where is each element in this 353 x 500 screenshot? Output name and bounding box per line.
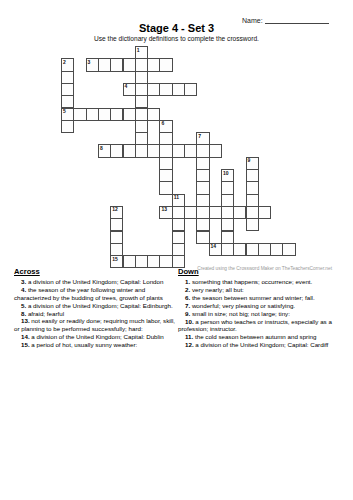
crossword-cell-r8c3[interactable]: 8: [98, 144, 111, 157]
crossword-cell-r13c8[interactable]: 13: [159, 206, 172, 219]
cell-number-10: 10: [223, 171, 229, 176]
crossword-cell-r5c4[interactable]: [110, 108, 123, 121]
clue-11: 11. the cold season between autumn and s…: [178, 333, 348, 340]
crossword-cell-r5c5[interactable]: [123, 108, 136, 121]
clue-14: 14. a division of the United Kingdom; Ca…: [14, 333, 176, 340]
crossword-cell-r16c17[interactable]: [270, 243, 283, 256]
clue-4: 4. the season of the year following wint…: [14, 286, 176, 301]
crossword-cell-r10c13[interactable]: 10: [221, 169, 234, 182]
clue-13: 13. not easily or readily done; requirin…: [14, 317, 176, 332]
crossword-cell-r13c10[interactable]: [184, 206, 197, 219]
crossword-cell-r16c15[interactable]: [246, 243, 259, 256]
page-title: Stage 4 - Set 3: [0, 22, 353, 34]
clue-8: 8. afraid; fearful: [14, 310, 176, 317]
crossword-cell-r15c4[interactable]: [110, 231, 123, 244]
crossword-cell-r3c0[interactable]: [61, 83, 74, 96]
crossword-cell-r11c11[interactable]: [196, 181, 209, 194]
clue-7: 7. wonderful; very pleasing or satisfyin…: [178, 302, 348, 309]
crossword-cell-r11c13[interactable]: [221, 181, 234, 194]
clue-number-label: 8.: [21, 310, 26, 317]
clue-9: 9. small in size; not big; not large; ti…: [178, 310, 348, 317]
cell-number-8: 8: [100, 146, 103, 151]
crossword-cell-r8c9[interactable]: [172, 144, 185, 157]
clue-12: 12. a division of the United Kingdom; Ca…: [178, 341, 348, 348]
crossword-cell-r16c4[interactable]: [110, 243, 123, 256]
page-subtitle: Use the dictionary definitions to comple…: [0, 35, 353, 42]
crossword-cell-r11c8[interactable]: [159, 181, 172, 194]
across-clues-section: Across 3. a division of the United Kingd…: [14, 268, 176, 349]
crossword-cell-r8c7[interactable]: [147, 144, 160, 157]
crossword-cell-r10c11[interactable]: [196, 169, 209, 182]
clue-number-label: 5.: [21, 302, 26, 309]
crossword-cell-r15c9[interactable]: [172, 231, 185, 244]
crossword-cell-r3c8[interactable]: [159, 83, 172, 96]
crossword-cell-r13c9[interactable]: [172, 206, 185, 219]
crossword-cell-r4c0[interactable]: [61, 95, 74, 108]
cell-number-5: 5: [63, 109, 66, 114]
crossword-cell-r8c8[interactable]: [159, 144, 172, 157]
crossword-cell-r2c0[interactable]: [61, 71, 74, 84]
crossword-cell-r11c15[interactable]: [246, 181, 259, 194]
crossword-cell-r1c2[interactable]: 3: [86, 58, 99, 71]
crossword-cell-r14c9[interactable]: [172, 218, 185, 231]
crossword-cell-r9c15[interactable]: 9: [246, 157, 259, 170]
clue-15: 15. a period of hot, usually sunny weath…: [14, 341, 176, 348]
crossword-cell-r10c8[interactable]: [159, 169, 172, 182]
crossword-cell-r13c16[interactable]: [258, 206, 271, 219]
crossword-cell-r13c15[interactable]: [246, 206, 259, 219]
cell-number-13: 13: [161, 207, 167, 212]
crossword-cell-r8c12[interactable]: [209, 144, 222, 157]
crossword-cell-r12c9[interactable]: 11: [172, 194, 185, 207]
crossword-cell-r8c11[interactable]: [196, 144, 209, 157]
crossword-cell-r12c15[interactable]: [246, 194, 259, 207]
clue-6: 6. the season between summer and winter;…: [178, 294, 348, 301]
crossword-cell-r1c4[interactable]: [110, 58, 123, 71]
clue-number-label: 10.: [185, 318, 194, 325]
crossword-cell-r7c11[interactable]: 7: [196, 132, 209, 145]
clue-number-label: 6.: [185, 294, 190, 301]
crossword-cell-r9c8[interactable]: [159, 157, 172, 170]
cell-number-12: 12: [112, 207, 118, 212]
crossword-grid: 123101112131415456789: [61, 46, 301, 271]
clue-2: 2. very nearly; all but:: [178, 286, 348, 293]
cell-number-6: 6: [161, 121, 164, 126]
crossword-cell-r6c6[interactable]: [135, 120, 148, 133]
crossword-cell-r14c4[interactable]: [110, 218, 123, 231]
clue-number-label: 7.: [185, 302, 190, 309]
crossword-cell-r16c14[interactable]: [233, 243, 246, 256]
crossword-cell-r3c7[interactable]: [147, 83, 160, 96]
crossword-cell-r0c6[interactable]: 1: [135, 46, 148, 59]
crossword-cell-r13c14[interactable]: [233, 206, 246, 219]
crossword-cell-r1c0[interactable]: 2: [61, 58, 74, 71]
clue-number-label: 11.: [185, 333, 193, 340]
cell-number-14: 14: [211, 244, 217, 249]
cell-number-2: 2: [63, 60, 66, 65]
crossword-cell-r3c6[interactable]: [135, 83, 148, 96]
clue-number-label: 12.: [185, 341, 194, 348]
clue-number-label: 9.: [185, 310, 190, 317]
crossword-cell-r5c2[interactable]: [86, 108, 99, 121]
crossword-cell-r6c0[interactable]: [61, 120, 74, 133]
cell-number-1: 1: [137, 48, 140, 53]
crossword-cell-r1c5[interactable]: [123, 58, 136, 71]
crossword-cell-r5c6[interactable]: [135, 108, 148, 121]
crossword-cell-r16c16[interactable]: [258, 243, 271, 256]
crossword-cell-r9c11[interactable]: [196, 157, 209, 170]
clue-number-label: 14.: [21, 333, 30, 340]
crossword-cell-r3c10[interactable]: [184, 83, 197, 96]
crossword-cell-r10c15[interactable]: [246, 169, 259, 182]
crossword-cell-r16c9[interactable]: [172, 243, 185, 256]
crossword-cell-r14c11[interactable]: [196, 218, 209, 231]
crossword-cell-r15c11[interactable]: [196, 231, 209, 244]
cell-number-15: 15: [112, 257, 118, 262]
cell-number-9: 9: [248, 158, 251, 163]
clue-3: 3. a division of the United Kingdom; Cap…: [14, 278, 176, 285]
crossword-cell-r3c5[interactable]: 4: [123, 83, 136, 96]
crossword-cell-r8c4[interactable]: [110, 144, 123, 157]
clue-number-label: 2.: [185, 286, 190, 293]
crossword-cell-r1c8[interactable]: [159, 58, 172, 71]
crossword-cell-r13c13[interactable]: [221, 206, 234, 219]
crossword-cell-r5c7[interactable]: [147, 108, 160, 121]
crossword-cell-r8c5[interactable]: [123, 144, 136, 157]
crossword-cell-r6c8[interactable]: 6: [159, 120, 172, 133]
crossword-cell-r5c1[interactable]: [73, 108, 86, 121]
clue-1: 1. something that happens; occurrence; e…: [178, 278, 348, 285]
crossword-cell-r12c11[interactable]: [196, 194, 209, 207]
crossword-cell-r7c8[interactable]: [159, 132, 172, 145]
crossword-cell-r13c12[interactable]: [209, 206, 222, 219]
crossword-cell-r14c13[interactable]: [221, 218, 234, 231]
clue-10: 10. a person who teaches or instructs, e…: [178, 318, 348, 333]
cell-number-3: 3: [88, 60, 91, 65]
clue-number-label: 13.: [21, 317, 30, 324]
crossword-cell-r5c0[interactable]: 5: [61, 108, 74, 121]
clue-number-label: 4.: [21, 286, 26, 293]
crossword-cell-r16c18[interactable]: [282, 243, 295, 256]
crossword-cell-r13c11[interactable]: [196, 206, 209, 219]
crossword-cell-r3c9[interactable]: [172, 83, 185, 96]
clue-number-label: 1.: [185, 278, 190, 285]
crossword-cell-r1c6[interactable]: [135, 58, 148, 71]
crossword-cell-r1c7[interactable]: [147, 58, 160, 71]
crossword-cell-r8c6[interactable]: [135, 144, 148, 157]
down-heading: Down: [178, 268, 348, 275]
cell-number-4: 4: [125, 84, 128, 89]
across-heading: Across: [14, 268, 176, 275]
crossword-cell-r7c6[interactable]: [135, 132, 148, 145]
crossword-cell-r12c13[interactable]: [221, 194, 234, 207]
crossword-cell-r1c3[interactable]: [98, 58, 111, 71]
cell-number-7: 7: [198, 134, 201, 139]
crossword-cell-r2c6[interactable]: [135, 71, 148, 84]
crossword-cell-r8c10[interactable]: [184, 144, 197, 157]
crossword-cell-r16c12[interactable]: 14: [209, 243, 222, 256]
crossword-cell-r5c3[interactable]: [98, 108, 111, 121]
crossword-cell-r14c15[interactable]: [246, 218, 259, 231]
clue-number-label: 3.: [21, 278, 26, 285]
crossword-cell-r13c4[interactable]: 12: [110, 206, 123, 219]
crossword-cell-r15c13[interactable]: [221, 231, 234, 244]
crossword-cell-r4c6[interactable]: [135, 95, 148, 108]
down-clues-section: Down 1. something that happens; occurren…: [178, 268, 348, 349]
crossword-cell-r16c13[interactable]: [221, 243, 234, 256]
clue-5: 5. a division of the United Kingdom; Cap…: [14, 302, 176, 309]
cell-number-11: 11: [174, 195, 179, 200]
clue-number-label: 15.: [21, 341, 30, 348]
